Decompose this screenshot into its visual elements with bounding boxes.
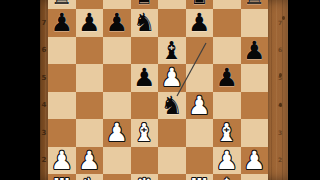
square-g1[interactable]: ♚	[213, 174, 241, 180]
rank-label-right-6: 6	[276, 46, 284, 54]
square-h8[interactable]: ♜	[241, 0, 269, 9]
piece-black-bishop-e6[interactable]: ♝	[161, 37, 183, 65]
square-f3[interactable]	[186, 119, 214, 147]
square-a5[interactable]	[48, 64, 76, 92]
square-e4[interactable]: ♞	[158, 92, 186, 120]
square-c4[interactable]	[103, 92, 131, 120]
square-c2[interactable]	[103, 147, 131, 175]
square-c5[interactable]	[103, 64, 131, 92]
square-g6[interactable]	[213, 37, 241, 65]
square-f1[interactable]: ♜	[186, 174, 214, 180]
square-c7[interactable]: ♟	[103, 9, 131, 37]
rank-label-left-2: 2	[40, 156, 48, 164]
square-g7[interactable]	[213, 9, 241, 37]
letterbox-left	[0, 0, 40, 180]
square-e8[interactable]	[158, 0, 186, 9]
piece-black-pawn-f7[interactable]: ♟	[188, 9, 210, 37]
square-d3[interactable]: ♝	[131, 119, 159, 147]
piece-white-pawn-h2[interactable]: ♟	[243, 147, 265, 175]
piece-black-pawn-a7[interactable]: ♟	[51, 9, 73, 37]
square-g3[interactable]: ♝	[213, 119, 241, 147]
rank-label-right-2: 2	[276, 156, 284, 164]
chess-board[interactable]: ♜♛♚♜♟♟♟♞♟♝♟♟♟♟♞♟♟♝♝♟♟♟♟♜♞♛♜♚	[48, 0, 268, 180]
square-f2[interactable]	[186, 147, 214, 175]
square-g4[interactable]	[213, 92, 241, 120]
piece-white-pawn-e5[interactable]: ♟	[161, 64, 183, 92]
piece-black-pawn-h6[interactable]: ♟	[243, 37, 265, 65]
square-b1[interactable]: ♞	[76, 174, 104, 180]
piece-white-rook-f1[interactable]: ♜	[188, 174, 210, 180]
square-a4[interactable]	[48, 92, 76, 120]
square-d7[interactable]: ♞	[131, 9, 159, 37]
rank-label-right-3: 3	[276, 129, 284, 137]
square-d6[interactable]	[131, 37, 159, 65]
square-e2[interactable]	[158, 147, 186, 175]
piece-white-pawn-f4[interactable]: ♟	[188, 92, 210, 120]
square-h1[interactable]	[241, 174, 269, 180]
square-f7[interactable]: ♟	[186, 9, 214, 37]
square-e5[interactable]: ♟	[158, 64, 186, 92]
letterbox-right	[288, 0, 320, 180]
piece-black-rook-h8[interactable]: ♜	[243, 0, 265, 9]
square-h6[interactable]: ♟	[241, 37, 269, 65]
square-g2[interactable]: ♟	[213, 147, 241, 175]
square-h2[interactable]: ♟	[241, 147, 269, 175]
square-b7[interactable]: ♟	[76, 9, 104, 37]
rank-label-left-4: 4	[40, 101, 48, 109]
piece-white-bishop-g3[interactable]: ♝	[216, 119, 238, 147]
square-a2[interactable]: ♟	[48, 147, 76, 175]
square-f5[interactable]	[186, 64, 214, 92]
piece-black-pawn-b7[interactable]: ♟	[78, 9, 100, 37]
rank-label-right-7: 7	[276, 19, 284, 27]
square-b6[interactable]	[76, 37, 104, 65]
rank-label-left-5: 5	[40, 74, 48, 82]
square-e1[interactable]	[158, 174, 186, 180]
square-e3[interactable]	[158, 119, 186, 147]
piece-white-pawn-c3[interactable]: ♟	[106, 119, 128, 147]
square-a7[interactable]: ♟	[48, 9, 76, 37]
piece-black-knight-d7[interactable]: ♞	[133, 9, 155, 37]
rank-label-right-4: 4	[276, 101, 284, 109]
piece-white-pawn-g2[interactable]: ♟	[216, 147, 238, 175]
board-frame: ♜♛♚♜♟♟♟♞♟♝♟♟♟♟♞♟♟♝♝♟♟♟♟♜♞♛♜♚ 77665544332…	[40, 0, 288, 180]
square-h3[interactable]	[241, 119, 269, 147]
piece-black-knight-e4[interactable]: ♞	[161, 92, 183, 120]
rank-label-right-5: 5	[276, 74, 284, 82]
square-d5[interactable]: ♟	[131, 64, 159, 92]
square-h4[interactable]	[241, 92, 269, 120]
square-a1[interactable]: ♜	[48, 174, 76, 180]
square-f4[interactable]: ♟	[186, 92, 214, 120]
square-c3[interactable]: ♟	[103, 119, 131, 147]
square-d1[interactable]: ♛	[131, 174, 159, 180]
rank-label-left-3: 3	[40, 129, 48, 137]
rank-label-left-6: 6	[40, 46, 48, 54]
square-b3[interactable]	[76, 119, 104, 147]
square-h7[interactable]	[241, 9, 269, 37]
piece-white-bishop-d3[interactable]: ♝	[133, 119, 155, 147]
square-a6[interactable]	[48, 37, 76, 65]
square-c1[interactable]	[103, 174, 131, 180]
square-a3[interactable]	[48, 119, 76, 147]
square-b4[interactable]	[76, 92, 104, 120]
square-d4[interactable]	[131, 92, 159, 120]
square-h5[interactable]	[241, 64, 269, 92]
square-b5[interactable]	[76, 64, 104, 92]
square-d2[interactable]	[131, 147, 159, 175]
piece-white-pawn-a2[interactable]: ♟	[51, 147, 73, 175]
piece-black-pawn-c7[interactable]: ♟	[106, 9, 128, 37]
rank-label-left-7: 7	[40, 19, 48, 27]
piece-black-pawn-d5[interactable]: ♟	[133, 64, 155, 92]
piece-white-rook-a1[interactable]: ♜	[51, 174, 73, 180]
video-frame: ♜♛♚♜♟♟♟♞♟♝♟♟♟♟♞♟♟♝♝♟♟♟♟♜♞♛♜♚ 77665544332…	[0, 0, 320, 180]
square-c6[interactable]	[103, 37, 131, 65]
piece-white-pawn-b2[interactable]: ♟	[78, 147, 100, 175]
piece-white-king-g1[interactable]: ♚	[216, 174, 238, 180]
square-b2[interactable]: ♟	[76, 147, 104, 175]
piece-white-queen-d1[interactable]: ♛	[133, 174, 155, 180]
square-f6[interactable]	[186, 37, 214, 65]
square-g5[interactable]: ♟	[213, 64, 241, 92]
square-e7[interactable]	[158, 9, 186, 37]
piece-black-pawn-g5[interactable]: ♟	[216, 64, 238, 92]
square-e6[interactable]: ♝	[158, 37, 186, 65]
square-g8[interactable]	[213, 0, 241, 9]
piece-white-knight-b1[interactable]: ♞	[78, 174, 100, 180]
